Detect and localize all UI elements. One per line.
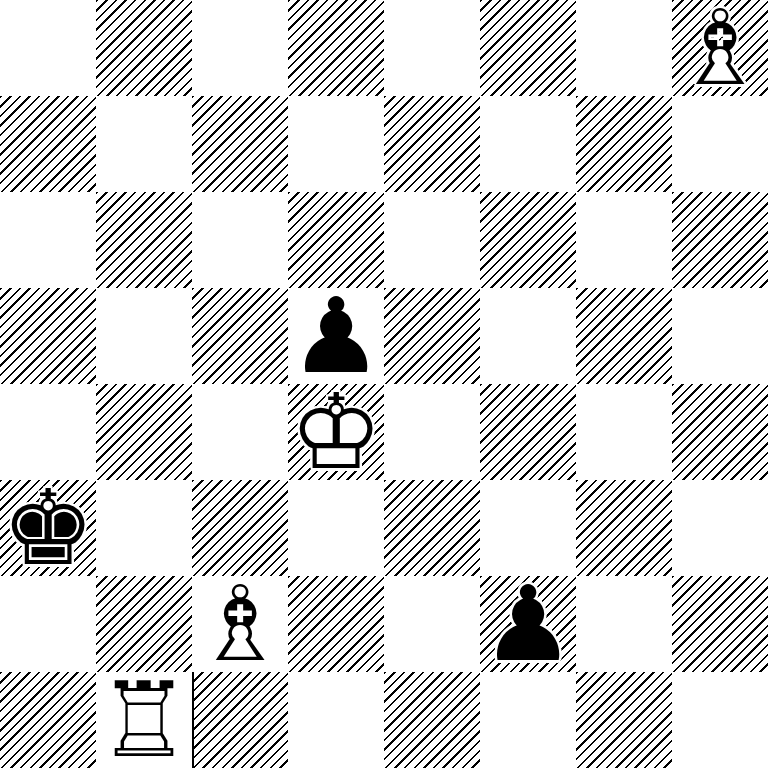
square-g3[interactable] (576, 480, 672, 576)
square-a5[interactable] (0, 288, 96, 384)
square-a4[interactable] (0, 384, 96, 480)
square-h3[interactable] (672, 480, 768, 576)
piece-halo-silhouette: ♚ (288, 384, 384, 480)
square-c3[interactable] (192, 480, 288, 576)
square-d1[interactable] (288, 672, 384, 768)
square-c1[interactable] (192, 672, 288, 768)
white-bishop[interactable]: ♝♗ (672, 0, 768, 96)
square-f2[interactable]: ♟♟ (480, 576, 576, 672)
square-c7[interactable] (192, 96, 288, 192)
square-e6[interactable] (384, 192, 480, 288)
square-c6[interactable] (192, 192, 288, 288)
black-king-icon: ♚ (0, 480, 96, 576)
square-g4[interactable] (576, 384, 672, 480)
square-h7[interactable] (672, 96, 768, 192)
square-b5[interactable] (96, 288, 192, 384)
square-c8[interactable] (192, 0, 288, 96)
black-pawn[interactable]: ♟♟ (480, 576, 576, 672)
square-g6[interactable] (576, 192, 672, 288)
square-h6[interactable] (672, 192, 768, 288)
black-pawn[interactable]: ♟♟ (288, 288, 384, 384)
square-b6[interactable] (96, 192, 192, 288)
square-a6[interactable] (0, 192, 96, 288)
square-e3[interactable] (384, 480, 480, 576)
square-c2[interactable]: ♝♗ (192, 576, 288, 672)
square-e1[interactable] (384, 672, 480, 768)
square-c4[interactable] (192, 384, 288, 480)
white-king[interactable]: ♚♔ (288, 384, 384, 480)
square-c5[interactable] (192, 288, 288, 384)
square-g5[interactable] (576, 288, 672, 384)
square-a8[interactable] (0, 0, 96, 96)
square-h5[interactable] (672, 288, 768, 384)
square-d7[interactable] (288, 96, 384, 192)
piece-halo-silhouette: ♝ (192, 576, 288, 672)
square-e2[interactable] (384, 576, 480, 672)
chess-board: ♝♗♟♟♚♔♚♚♝♗♟♟♜♖ (0, 0, 768, 768)
piece-halo-silhouette: ♝ (672, 0, 768, 96)
square-b8[interactable] (96, 0, 192, 96)
square-f7[interactable] (480, 96, 576, 192)
black-king[interactable]: ♚♚ (0, 480, 96, 576)
black-pawn-icon: ♟ (288, 288, 384, 384)
square-d6[interactable] (288, 192, 384, 288)
square-f1[interactable] (480, 672, 576, 768)
square-e4[interactable] (384, 384, 480, 480)
square-a3[interactable]: ♚♚ (0, 480, 96, 576)
square-b1[interactable]: ♜♖ (96, 672, 192, 768)
square-a1[interactable] (0, 672, 96, 768)
square-d3[interactable] (288, 480, 384, 576)
square-b3[interactable] (96, 480, 192, 576)
square-h2[interactable] (672, 576, 768, 672)
square-a2[interactable] (0, 576, 96, 672)
white-bishop-icon: ♗ (192, 576, 288, 672)
square-b2[interactable] (96, 576, 192, 672)
square-g7[interactable] (576, 96, 672, 192)
square-d2[interactable] (288, 576, 384, 672)
black-pawn-icon: ♟ (480, 576, 576, 672)
square-e7[interactable] (384, 96, 480, 192)
square-f8[interactable] (480, 0, 576, 96)
white-bishop-icon: ♗ (672, 0, 768, 96)
white-rook-icon: ♖ (96, 672, 192, 768)
square-h8[interactable]: ♝♗ (672, 0, 768, 96)
square-f5[interactable] (480, 288, 576, 384)
square-b7[interactable] (96, 96, 192, 192)
white-rook[interactable]: ♜♖ (96, 672, 192, 768)
piece-halo-silhouette: ♚ (0, 480, 96, 576)
square-h1[interactable] (672, 672, 768, 768)
piece-halo-silhouette: ♟ (288, 288, 384, 384)
square-b4[interactable] (96, 384, 192, 480)
square-f4[interactable] (480, 384, 576, 480)
piece-halo-silhouette: ♜ (96, 672, 192, 768)
square-d5[interactable]: ♟♟ (288, 288, 384, 384)
square-e8[interactable] (384, 0, 480, 96)
square-a7[interactable] (0, 96, 96, 192)
white-king-icon: ♔ (288, 384, 384, 480)
square-d8[interactable] (288, 0, 384, 96)
square-f3[interactable] (480, 480, 576, 576)
square-g2[interactable] (576, 576, 672, 672)
square-g1[interactable] (576, 672, 672, 768)
square-g8[interactable] (576, 0, 672, 96)
square-d4[interactable]: ♚♔ (288, 384, 384, 480)
square-e5[interactable] (384, 288, 480, 384)
white-bishop[interactable]: ♝♗ (192, 576, 288, 672)
square-f6[interactable] (480, 192, 576, 288)
square-h4[interactable] (672, 384, 768, 480)
piece-halo-silhouette: ♟ (480, 576, 576, 672)
